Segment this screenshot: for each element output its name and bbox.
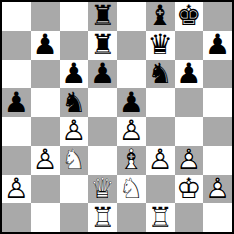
square-a7[interactable] [2,31,31,60]
square-d7[interactable]: ♜ [88,31,117,60]
square-f8[interactable]: ♝ [146,2,175,31]
black-pawn-icon: ♟ [31,31,60,60]
square-e7[interactable] [117,31,146,60]
square-c1[interactable] [60,203,89,232]
square-f1[interactable]: ♜♖ [146,203,175,232]
square-h2[interactable]: ♟♙ [203,175,232,204]
white-knight-icon: ♘ [60,146,89,175]
square-h3[interactable] [203,146,232,175]
square-b4[interactable] [31,117,60,146]
white-king-icon: ♔ [175,175,204,204]
square-b8[interactable] [31,2,60,31]
square-e8[interactable] [117,2,146,31]
square-g6[interactable]: ♟ [175,60,204,89]
chess-diagram: ♜♝♚♟♜♛♟♟♟♞♟♟♞♟♟♙♟♙♟♙♞♘♝♗♟♙♟♙♟♙♛♕♞♘♚♔♟♙♜♖… [0,0,234,234]
square-g1[interactable] [175,203,204,232]
white-pawn-icon: ♙ [117,117,146,146]
square-c6[interactable]: ♟ [60,60,89,89]
black-queen-icon: ♛ [146,31,175,60]
white-pawn-icon: ♙ [203,175,232,204]
square-h4[interactable] [203,117,232,146]
square-b3[interactable]: ♟♙ [31,146,60,175]
square-b1[interactable] [31,203,60,232]
black-pawn-icon: ♟ [2,88,31,117]
black-pawn-icon: ♟ [203,31,232,60]
square-e2[interactable]: ♞♘ [117,175,146,204]
square-h7[interactable]: ♟ [203,31,232,60]
white-rook-icon: ♖ [88,203,117,232]
white-piece-fill: ♝ [117,146,146,175]
square-d8[interactable]: ♜ [88,2,117,31]
square-d4[interactable] [88,117,117,146]
square-d1[interactable]: ♜♖ [88,203,117,232]
square-f7[interactable]: ♛ [146,31,175,60]
square-e4[interactable]: ♟♙ [117,117,146,146]
square-a6[interactable] [2,60,31,89]
white-piece-fill: ♚ [175,175,204,204]
white-pawn-icon: ♙ [2,175,31,204]
square-b2[interactable] [31,175,60,204]
square-e1[interactable] [117,203,146,232]
square-g5[interactable] [175,88,204,117]
square-f4[interactable] [146,117,175,146]
square-b7[interactable]: ♟ [31,31,60,60]
white-piece-fill: ♟ [60,117,89,146]
white-piece-fill: ♟ [2,175,31,204]
square-g3[interactable]: ♟♙ [175,146,204,175]
square-g8[interactable]: ♚ [175,2,204,31]
square-e3[interactable]: ♝♗ [117,146,146,175]
square-d3[interactable] [88,146,117,175]
square-g2[interactable]: ♚♔ [175,175,204,204]
white-queen-icon: ♕ [88,175,117,204]
square-c8[interactable] [60,2,89,31]
square-a2[interactable]: ♟♙ [2,175,31,204]
white-piece-fill: ♟ [203,175,232,204]
chess-board: ♜♝♚♟♜♛♟♟♟♞♟♟♞♟♟♙♟♙♟♙♞♘♝♗♟♙♟♙♟♙♛♕♞♘♚♔♟♙♜♖… [0,0,234,234]
white-pawn-icon: ♙ [60,117,89,146]
square-a5[interactable]: ♟ [2,88,31,117]
square-d2[interactable]: ♛♕ [88,175,117,204]
black-pawn-icon: ♟ [88,60,117,89]
square-a8[interactable] [2,2,31,31]
white-bishop-icon: ♗ [117,146,146,175]
white-piece-fill: ♟ [175,146,204,175]
square-g7[interactable] [175,31,204,60]
square-b5[interactable] [31,88,60,117]
black-king-icon: ♚ [175,2,204,31]
square-e6[interactable] [117,60,146,89]
square-h1[interactable] [203,203,232,232]
square-f2[interactable] [146,175,175,204]
square-e5[interactable]: ♟ [117,88,146,117]
square-a3[interactable] [2,146,31,175]
white-pawn-icon: ♙ [146,146,175,175]
square-c4[interactable]: ♟♙ [60,117,89,146]
square-c3[interactable]: ♞♘ [60,146,89,175]
white-piece-fill: ♞ [60,146,89,175]
square-c7[interactable] [60,31,89,60]
square-g4[interactable] [175,117,204,146]
white-piece-fill: ♟ [31,146,60,175]
white-rook-icon: ♖ [146,203,175,232]
square-f3[interactable]: ♟♙ [146,146,175,175]
black-knight-icon: ♞ [60,88,89,117]
white-piece-fill: ♜ [146,203,175,232]
square-c2[interactable] [60,175,89,204]
square-h6[interactable] [203,60,232,89]
black-rook-icon: ♜ [88,31,117,60]
white-piece-fill: ♞ [117,175,146,204]
black-rook-icon: ♜ [88,2,117,31]
square-d6[interactable]: ♟ [88,60,117,89]
white-piece-fill: ♜ [88,203,117,232]
white-piece-fill: ♛ [88,175,117,204]
black-pawn-icon: ♟ [117,88,146,117]
black-pawn-icon: ♟ [60,60,89,89]
square-d5[interactable] [88,88,117,117]
white-knight-icon: ♘ [117,175,146,204]
white-piece-fill: ♟ [117,117,146,146]
white-pawn-icon: ♙ [31,146,60,175]
white-piece-fill: ♟ [146,146,175,175]
square-b6[interactable] [31,60,60,89]
square-f5[interactable] [146,88,175,117]
black-bishop-icon: ♝ [146,2,175,31]
square-a4[interactable] [2,117,31,146]
black-pawn-icon: ♟ [175,60,204,89]
square-a1[interactable] [2,203,31,232]
white-pawn-icon: ♙ [175,146,204,175]
square-h8[interactable] [203,2,232,31]
square-f6[interactable]: ♞ [146,60,175,89]
square-h5[interactable] [203,88,232,117]
square-c5[interactable]: ♞ [60,88,89,117]
black-knight-icon: ♞ [146,60,175,89]
